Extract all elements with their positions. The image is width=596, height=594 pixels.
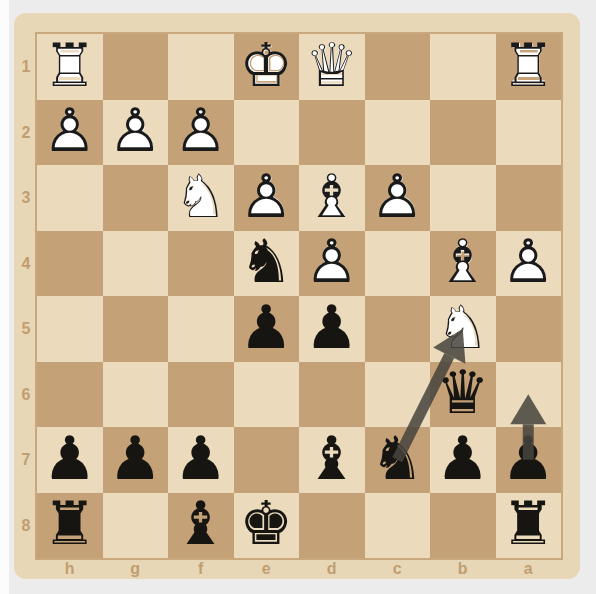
square-c6[interactable] [365,362,431,428]
piece-black-bishop[interactable]: ♝ [168,493,234,559]
square-f2[interactable]: ♟♙ [168,100,234,166]
file-label-f: f [168,559,234,579]
square-g7[interactable]: ♟ [103,427,169,493]
square-b5[interactable]: ♞♘ [430,296,496,362]
square-g6[interactable] [103,362,169,428]
square-b6[interactable]: ♛ [430,362,496,428]
piece-white-pawn[interactable]: ♙ [365,165,431,231]
window-edge-strip [0,0,9,594]
piece-black-queen[interactable]: ♛ [430,362,496,428]
square-d6[interactable] [299,362,365,428]
piece-white-pawn[interactable]: ♙ [168,100,234,166]
piece-black-knight[interactable]: ♞ [234,231,300,297]
square-d3[interactable]: ♝♗ [299,165,365,231]
square-e4[interactable]: ♞ [234,231,300,297]
piece-black-bishop[interactable]: ♝ [299,427,365,493]
piece-black-pawn[interactable]: ♟ [496,427,562,493]
square-d4[interactable]: ♟♙ [299,231,365,297]
square-f7[interactable]: ♟ [168,427,234,493]
square-c1[interactable] [365,34,431,100]
square-c4[interactable] [365,231,431,297]
piece-black-pawn[interactable]: ♟ [37,427,103,493]
rank-label-6: 6 [18,362,34,428]
square-b3[interactable] [430,165,496,231]
square-f4[interactable] [168,231,234,297]
piece-white-pawn[interactable]: ♙ [37,100,103,166]
square-a5[interactable] [496,296,562,362]
piece-white-queen[interactable]: ♕ [299,34,365,100]
file-labels: hgfedcba [37,559,561,579]
piece-black-pawn[interactable]: ♟ [430,427,496,493]
piece-white-pawn[interactable]: ♙ [496,231,562,297]
square-f6[interactable] [168,362,234,428]
square-e6[interactable] [234,362,300,428]
square-e5[interactable]: ♟ [234,296,300,362]
square-b2[interactable] [430,100,496,166]
file-label-c: c [365,559,431,579]
rank-label-1: 1 [18,34,34,100]
square-e7[interactable] [234,427,300,493]
board-border: ♜♖♚♔♛♕♜♖♟♙♟♙♟♙♞♘♟♙♝♗♟♙♞♟♙♝♗♟♙♟♟♞♘♛♟♟♟♝♞♟… [35,32,563,560]
file-label-e: e [234,559,300,579]
square-e8[interactable]: ♚ [234,493,300,559]
square-d5[interactable]: ♟ [299,296,365,362]
square-g4[interactable] [103,231,169,297]
square-g5[interactable] [103,296,169,362]
square-h7[interactable]: ♟ [37,427,103,493]
square-c5[interactable] [365,296,431,362]
square-e2[interactable] [234,100,300,166]
square-b8[interactable] [430,493,496,559]
square-d7[interactable]: ♝ [299,427,365,493]
piece-white-knight[interactable]: ♘ [168,165,234,231]
piece-white-pawn[interactable]: ♙ [299,231,365,297]
square-g1[interactable] [103,34,169,100]
square-c7[interactable]: ♞ [365,427,431,493]
piece-black-pawn[interactable]: ♟ [234,296,300,362]
square-f5[interactable] [168,296,234,362]
file-label-b: b [430,559,496,579]
rank-label-2: 2 [18,100,34,166]
piece-white-bishop[interactable]: ♗ [299,165,365,231]
square-b7[interactable]: ♟ [430,427,496,493]
square-d2[interactable] [299,100,365,166]
piece-white-rook[interactable]: ♖ [37,34,103,100]
file-label-d: d [299,559,365,579]
square-c8[interactable] [365,493,431,559]
chess-board[interactable]: ♜♖♚♔♛♕♜♖♟♙♟♙♟♙♞♘♟♙♝♗♟♙♞♟♙♝♗♟♙♟♟♞♘♛♟♟♟♝♞♟… [37,34,561,558]
square-a8[interactable]: ♜ [496,493,562,559]
square-f1[interactable] [168,34,234,100]
square-e1[interactable]: ♚♔ [234,34,300,100]
square-h6[interactable] [37,362,103,428]
square-f8[interactable]: ♝ [168,493,234,559]
piece-white-bishop[interactable]: ♗ [430,231,496,297]
piece-white-king[interactable]: ♔ [234,34,300,100]
square-h3[interactable] [37,165,103,231]
piece-black-rook[interactable]: ♜ [37,493,103,559]
rank-labels: 12345678 [18,34,34,558]
square-h4[interactable] [37,231,103,297]
piece-black-pawn[interactable]: ♟ [168,427,234,493]
square-h2[interactable]: ♟♙ [37,100,103,166]
square-h1[interactable]: ♜♖ [37,34,103,100]
square-g2[interactable]: ♟♙ [103,100,169,166]
square-g8[interactable] [103,493,169,559]
chess-board-frame: 12345678 ♜♖♚♔♛♕♜♖♟♙♟♙♟♙♞♘♟♙♝♗♟♙♞♟♙♝♗♟♙♟♟… [14,13,580,579]
rank-label-3: 3 [18,165,34,231]
piece-black-knight[interactable]: ♞ [365,427,431,493]
square-a4[interactable]: ♟♙ [496,231,562,297]
square-a1[interactable]: ♜♖ [496,34,562,100]
square-c3[interactable]: ♟♙ [365,165,431,231]
file-label-a: a [496,559,562,579]
rank-label-4: 4 [18,231,34,297]
square-h8[interactable]: ♜ [37,493,103,559]
piece-white-rook[interactable]: ♖ [496,34,562,100]
square-d8[interactable] [299,493,365,559]
square-f3[interactable]: ♞♘ [168,165,234,231]
file-label-h: h [37,559,103,579]
square-g3[interactable] [103,165,169,231]
square-a7[interactable]: ♟ [496,427,562,493]
piece-black-king[interactable]: ♚ [234,493,300,559]
rank-label-5: 5 [18,296,34,362]
square-d1[interactable]: ♛♕ [299,34,365,100]
piece-white-pawn[interactable]: ♙ [234,165,300,231]
square-a3[interactable] [496,165,562,231]
rank-label-8: 8 [18,493,34,559]
square-a2[interactable] [496,100,562,166]
piece-black-pawn[interactable]: ♟ [103,427,169,493]
piece-black-rook[interactable]: ♜ [496,493,562,559]
square-b1[interactable] [430,34,496,100]
piece-black-pawn[interactable]: ♟ [299,296,365,362]
rank-label-7: 7 [18,427,34,493]
piece-white-pawn[interactable]: ♙ [103,100,169,166]
square-b4[interactable]: ♝♗ [430,231,496,297]
piece-white-knight[interactable]: ♘ [430,296,496,362]
square-c2[interactable] [365,100,431,166]
square-h5[interactable] [37,296,103,362]
file-label-g: g [103,559,169,579]
square-a6[interactable] [496,362,562,428]
square-e3[interactable]: ♟♙ [234,165,300,231]
